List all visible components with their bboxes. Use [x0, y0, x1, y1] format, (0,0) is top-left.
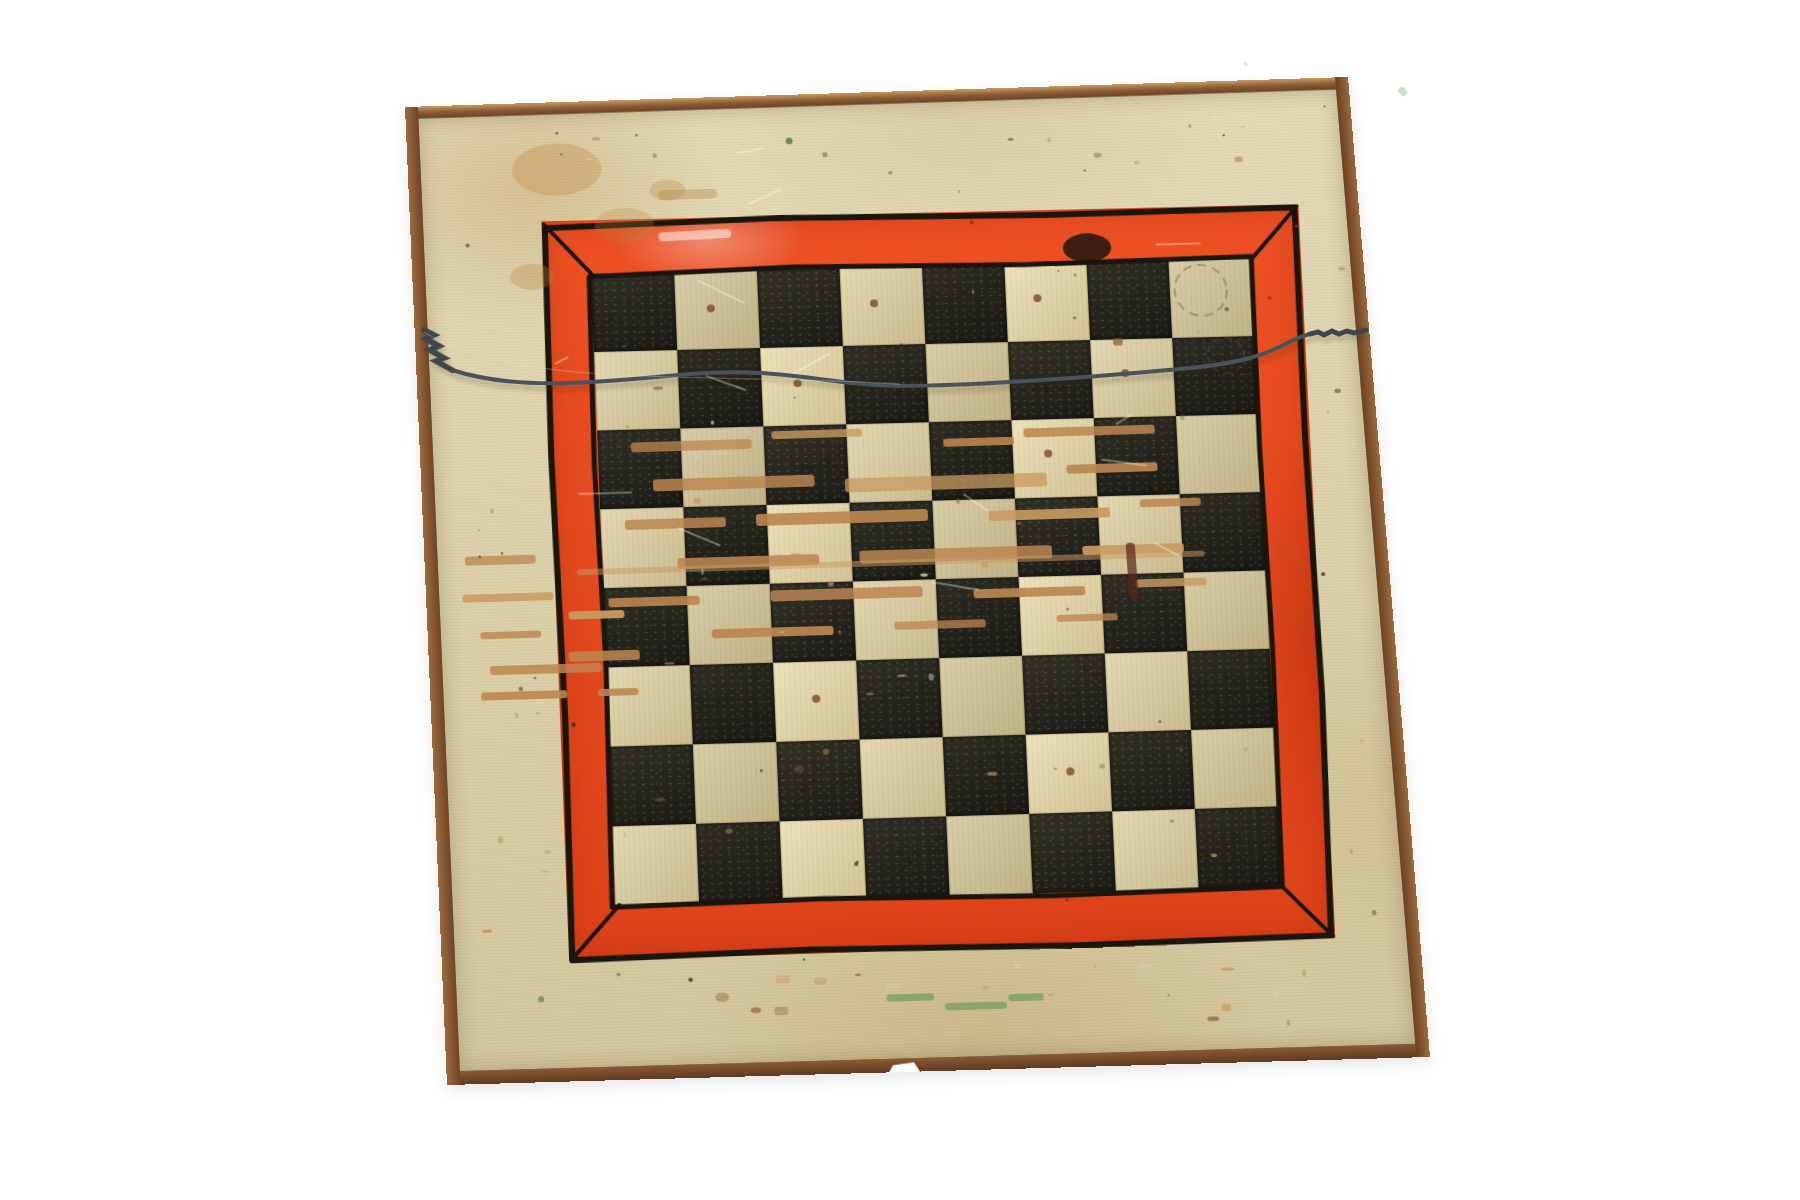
- square-r7c3[interactable]: [776, 740, 863, 822]
- square-r2c6[interactable]: [1008, 340, 1094, 420]
- square-r1c1[interactable]: [591, 272, 677, 352]
- square-r3c8[interactable]: [1176, 414, 1262, 494]
- square-r8c2[interactable]: [696, 821, 783, 903]
- game-board: [405, 77, 1430, 1085]
- square-r1c3[interactable]: [757, 268, 843, 348]
- square-r7c1[interactable]: [609, 744, 696, 826]
- square-r3c4[interactable]: [846, 422, 932, 503]
- square-r1c8[interactable]: [1168, 258, 1254, 338]
- square-r8c3[interactable]: [780, 819, 867, 901]
- square-r4c8[interactable]: [1180, 492, 1266, 573]
- square-r5c2[interactable]: [687, 584, 773, 665]
- square-r4c5[interactable]: [932, 498, 1018, 579]
- square-r3c6[interactable]: [1011, 418, 1097, 498]
- square-r5c8[interactable]: [1183, 570, 1269, 651]
- square-r4c3[interactable]: [767, 503, 853, 584]
- square-r7c6[interactable]: [1026, 732, 1112, 814]
- square-r4c6[interactable]: [1015, 496, 1101, 577]
- green-paint-speck: [1242, 61, 1248, 67]
- square-r5c3[interactable]: [770, 581, 856, 662]
- square-r6c3[interactable]: [773, 660, 860, 742]
- square-r2c7[interactable]: [1090, 338, 1176, 418]
- painted-game-area: [538, 201, 1338, 964]
- square-r6c5[interactable]: [939, 656, 1025, 737]
- square-r1c5[interactable]: [922, 264, 1008, 344]
- square-r8c7[interactable]: [1112, 809, 1199, 891]
- square-r7c2[interactable]: [693, 742, 780, 824]
- square-r3c1[interactable]: [597, 428, 683, 509]
- square-r6c1[interactable]: [606, 665, 693, 747]
- square-r1c2[interactable]: [674, 270, 760, 350]
- square-r2c1[interactable]: [594, 350, 680, 431]
- square-r4c1[interactable]: [600, 507, 686, 588]
- square-r3c5[interactable]: [929, 420, 1015, 500]
- photo-canvas: [0, 0, 1800, 1200]
- square-r8c8[interactable]: [1195, 806, 1281, 888]
- square-r2c2[interactable]: [677, 348, 763, 428]
- square-r5c6[interactable]: [1018, 575, 1104, 656]
- square-r1c6[interactable]: [1004, 262, 1090, 342]
- square-r2c5[interactable]: [925, 342, 1011, 422]
- square-r6c6[interactable]: [1022, 653, 1108, 734]
- square-r8c5[interactable]: [946, 814, 1033, 896]
- checkerboard-grid: [591, 258, 1281, 906]
- square-r5c4[interactable]: [853, 579, 939, 660]
- square-r4c4[interactable]: [849, 501, 935, 582]
- square-r7c7[interactable]: [1108, 730, 1194, 811]
- square-r6c4[interactable]: [856, 658, 942, 739]
- square-r6c2[interactable]: [690, 663, 777, 745]
- square-r8c6[interactable]: [1029, 811, 1116, 893]
- square-r7c8[interactable]: [1191, 728, 1277, 809]
- square-r8c1[interactable]: [612, 824, 699, 906]
- square-r5c1[interactable]: [603, 586, 690, 667]
- square-r4c7[interactable]: [1097, 494, 1183, 575]
- square-r2c4[interactable]: [843, 344, 929, 424]
- square-r4c2[interactable]: [683, 505, 769, 586]
- square-r7c4[interactable]: [860, 737, 947, 819]
- square-r7c5[interactable]: [943, 735, 1030, 817]
- square-r5c5[interactable]: [936, 577, 1022, 658]
- square-r8c4[interactable]: [863, 816, 950, 898]
- square-r3c7[interactable]: [1094, 416, 1180, 496]
- square-r2c8[interactable]: [1172, 336, 1258, 416]
- square-r2c3[interactable]: [760, 346, 846, 426]
- green-paint-speck: [1397, 86, 1408, 97]
- square-r5c7[interactable]: [1101, 573, 1187, 654]
- square-r1c7[interactable]: [1086, 260, 1172, 340]
- square-r6c7[interactable]: [1105, 651, 1191, 732]
- square-r3c2[interactable]: [680, 426, 766, 507]
- square-r1c4[interactable]: [840, 266, 926, 346]
- square-r3c3[interactable]: [763, 424, 849, 505]
- square-r6c8[interactable]: [1187, 649, 1273, 730]
